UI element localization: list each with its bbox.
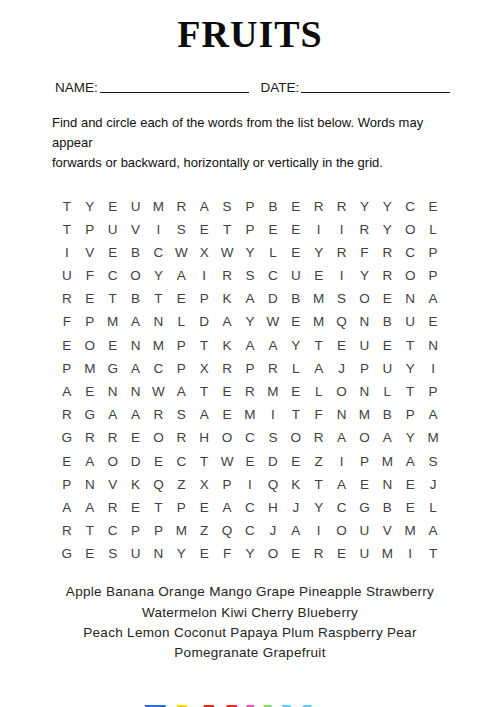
grid-cell[interactable]: E bbox=[78, 542, 101, 565]
grid-cell[interactable]: Y bbox=[353, 264, 376, 287]
grid-cell[interactable]: B bbox=[376, 403, 399, 426]
grid-cell[interactable]: T bbox=[147, 496, 170, 519]
grid-cell[interactable]: C bbox=[239, 496, 262, 519]
grid-cell[interactable]: E bbox=[101, 241, 124, 264]
grid-cell[interactable]: Q bbox=[330, 310, 353, 333]
grid-cell[interactable]: C bbox=[330, 496, 353, 519]
grid-cell[interactable]: R bbox=[216, 357, 239, 380]
grid-cell[interactable]: E bbox=[284, 194, 307, 217]
grid-cell[interactable]: T bbox=[193, 449, 216, 472]
grid-cell[interactable]: T bbox=[101, 287, 124, 310]
grid-cell[interactable]: T bbox=[55, 218, 78, 241]
grid-cell[interactable]: M bbox=[376, 542, 399, 565]
grid-cell[interactable]: O bbox=[399, 264, 422, 287]
grid-cell[interactable]: U bbox=[353, 334, 376, 357]
grid-cell[interactable]: S bbox=[101, 542, 124, 565]
grid-cell[interactable]: R bbox=[330, 194, 353, 217]
grid-cell[interactable]: E bbox=[399, 473, 422, 496]
grid-cell[interactable]: B bbox=[376, 496, 399, 519]
grid-cell[interactable]: T bbox=[307, 473, 330, 496]
grid-cell[interactable]: A bbox=[78, 496, 101, 519]
grid-cell[interactable]: R bbox=[376, 264, 399, 287]
grid-cell[interactable]: R bbox=[147, 403, 170, 426]
grid-cell[interactable]: E bbox=[216, 403, 239, 426]
grid-cell[interactable]: O bbox=[124, 264, 147, 287]
grid-cell[interactable]: N bbox=[124, 380, 147, 403]
grid-cell[interactable]: J bbox=[422, 473, 445, 496]
grid-cell[interactable]: Y bbox=[307, 496, 330, 519]
grid-cell[interactable]: R bbox=[307, 426, 330, 449]
grid-cell[interactable]: D bbox=[261, 287, 284, 310]
grid-cell[interactable]: X bbox=[193, 473, 216, 496]
grid-cell[interactable]: O bbox=[147, 426, 170, 449]
logo-family: FAMILY bbox=[141, 697, 314, 707]
grid-cell[interactable]: O bbox=[261, 542, 284, 565]
grid-cell[interactable]: R bbox=[307, 542, 330, 565]
grid-cell[interactable]: R bbox=[216, 264, 239, 287]
grid-cell[interactable]: P bbox=[193, 287, 216, 310]
word-list-line-2: Watermelon Kiwi Cherry Blueberry bbox=[0, 603, 500, 623]
grid-cell[interactable]: Y bbox=[399, 426, 422, 449]
grid-cell[interactable]: A bbox=[284, 519, 307, 542]
grid-cell[interactable]: I bbox=[239, 473, 262, 496]
grid-cell[interactable]: I bbox=[55, 241, 78, 264]
word-list-line-1: Apple Banana Orange Mango Grape Pineappl… bbox=[0, 582, 500, 602]
grid-cell[interactable]: I bbox=[307, 218, 330, 241]
worksheet-page: FRUITS NAME: DATE: Find and circle each … bbox=[0, 0, 500, 707]
grid-cell[interactable]: C bbox=[399, 194, 422, 217]
grid-cell[interactable]: F bbox=[55, 310, 78, 333]
grid-cell[interactable]: T bbox=[284, 403, 307, 426]
grid-cell[interactable]: G bbox=[101, 357, 124, 380]
grid-cell[interactable]: I bbox=[193, 264, 216, 287]
grid-cell[interactable]: L bbox=[307, 380, 330, 403]
grid-cell[interactable]: E bbox=[239, 449, 262, 472]
grid-cell[interactable]: A bbox=[124, 357, 147, 380]
grid-cell[interactable]: O bbox=[101, 449, 124, 472]
grid-cell[interactable]: M bbox=[170, 519, 193, 542]
grid-cell[interactable]: E bbox=[376, 334, 399, 357]
grid-cell[interactable]: Q bbox=[147, 473, 170, 496]
grid-cell[interactable]: B bbox=[261, 194, 284, 217]
grid-cell[interactable]: E bbox=[124, 496, 147, 519]
grid-cell[interactable]: A bbox=[216, 310, 239, 333]
grid-cell[interactable]: R bbox=[239, 380, 262, 403]
grid-cell[interactable]: R bbox=[55, 519, 78, 542]
grid-cell[interactable]: P bbox=[78, 310, 101, 333]
grid-cell[interactable]: T bbox=[307, 334, 330, 357]
grid-cell[interactable]: Y bbox=[239, 542, 262, 565]
grid-cell[interactable]: E bbox=[353, 473, 376, 496]
grid-cell[interactable]: A bbox=[239, 287, 262, 310]
grid-cell[interactable]: U bbox=[353, 519, 376, 542]
grid-cell[interactable]: S bbox=[422, 449, 445, 472]
grid-cell[interactable]: C bbox=[147, 241, 170, 264]
grid-cell[interactable]: M bbox=[261, 380, 284, 403]
grid-cell[interactable]: F bbox=[216, 542, 239, 565]
grid-cell[interactable]: I bbox=[307, 519, 330, 542]
grid-cell[interactable]: E bbox=[422, 310, 445, 333]
grid-cell[interactable]: I bbox=[422, 357, 445, 380]
grid-cell[interactable]: M bbox=[147, 334, 170, 357]
grid-cell[interactable]: B bbox=[124, 241, 147, 264]
grid-cell[interactable]: K bbox=[284, 473, 307, 496]
grid-cell[interactable]: N bbox=[353, 380, 376, 403]
grid-cell[interactable]: Y bbox=[353, 194, 376, 217]
grid-cell[interactable]: P bbox=[239, 194, 262, 217]
grid-cell[interactable]: Y bbox=[239, 310, 262, 333]
grid-cell[interactable]: V bbox=[78, 241, 101, 264]
grid-cell[interactable]: F bbox=[353, 241, 376, 264]
grid-cell[interactable]: E bbox=[284, 241, 307, 264]
grid-cell[interactable]: P bbox=[147, 519, 170, 542]
grid-cell[interactable]: E bbox=[193, 496, 216, 519]
grid-cell[interactable]: E bbox=[193, 218, 216, 241]
page-title: FRUITS bbox=[0, 0, 500, 56]
grid-cell[interactable]: D bbox=[261, 449, 284, 472]
grid-cell[interactable]: S bbox=[330, 287, 353, 310]
instructions: Find and circle each of the words from t… bbox=[52, 113, 448, 173]
grid-cell[interactable]: N bbox=[422, 334, 445, 357]
grid-cell[interactable]: U bbox=[376, 357, 399, 380]
grid-cell[interactable]: F bbox=[307, 403, 330, 426]
grid-cell[interactable]: I bbox=[330, 218, 353, 241]
grid-cell[interactable]: J bbox=[261, 519, 284, 542]
grid-cell[interactable]: K bbox=[216, 334, 239, 357]
grid-cell[interactable]: E bbox=[55, 334, 78, 357]
grid-cell[interactable]: E bbox=[307, 264, 330, 287]
grid-cell[interactable]: N bbox=[124, 334, 147, 357]
grid-cell[interactable]: H bbox=[261, 496, 284, 519]
grid-cell[interactable]: R bbox=[261, 357, 284, 380]
grid-cell[interactable]: U bbox=[284, 264, 307, 287]
word-list: Apple Banana Orange Mango Grape Pineappl… bbox=[0, 582, 500, 663]
grid-cell[interactable]: A bbox=[376, 426, 399, 449]
grid-cell[interactable]: M bbox=[239, 403, 262, 426]
grid-cell[interactable]: U bbox=[55, 264, 78, 287]
grid-cell[interactable]: A bbox=[330, 426, 353, 449]
grid-cell[interactable]: E bbox=[78, 380, 101, 403]
grid-cell[interactable]: E bbox=[147, 449, 170, 472]
grid-cell[interactable]: H bbox=[193, 426, 216, 449]
grid-cell[interactable]: E bbox=[55, 449, 78, 472]
grid-cell[interactable]: A bbox=[193, 403, 216, 426]
grid-cell[interactable]: O bbox=[284, 426, 307, 449]
grid-cell[interactable]: E bbox=[101, 194, 124, 217]
instructions-line-2: forwards or backward, horizontally or ve… bbox=[52, 153, 448, 173]
grid-cell[interactable]: E bbox=[284, 449, 307, 472]
grid-cell[interactable]: M bbox=[101, 310, 124, 333]
grid-cell[interactable]: A bbox=[330, 473, 353, 496]
grid-cell[interactable]: P bbox=[239, 218, 262, 241]
grid-cell[interactable]: Y bbox=[376, 218, 399, 241]
grid-cell[interactable]: C bbox=[399, 241, 422, 264]
grid-cell[interactable]: L bbox=[422, 496, 445, 519]
grid-cell[interactable]: R bbox=[55, 403, 78, 426]
grid-cell[interactable]: P bbox=[78, 218, 101, 241]
grid-cell[interactable]: T bbox=[422, 542, 445, 565]
grid-cell[interactable]: I bbox=[330, 449, 353, 472]
grid-cell[interactable]: A bbox=[307, 357, 330, 380]
grid-cell[interactable]: G bbox=[55, 426, 78, 449]
grid-cell[interactable]: S bbox=[170, 403, 193, 426]
grid-cell[interactable]: Y bbox=[284, 334, 307, 357]
logo-family-letter: I bbox=[243, 697, 260, 707]
grid-cell[interactable]: J bbox=[284, 496, 307, 519]
grid-cell[interactable]: N bbox=[101, 380, 124, 403]
grid-cell[interactable]: E bbox=[284, 218, 307, 241]
grid-cell[interactable]: R bbox=[101, 496, 124, 519]
instructions-line-1: Find and circle each of the words from t… bbox=[52, 113, 448, 153]
grid-cell[interactable]: O bbox=[399, 218, 422, 241]
logo-family-letter: M bbox=[200, 697, 243, 707]
grid-cell[interactable]: N bbox=[399, 287, 422, 310]
grid-cell[interactable]: P bbox=[216, 473, 239, 496]
justfamilyfun-logo: JUST FAMILY FUN .com bbox=[0, 697, 500, 707]
grid-cell[interactable]: Y bbox=[399, 357, 422, 380]
grid-cell[interactable]: R bbox=[170, 426, 193, 449]
grid-cell[interactable]: R bbox=[101, 426, 124, 449]
grid-cell[interactable]: A bbox=[422, 519, 445, 542]
grid-cell[interactable]: P bbox=[124, 519, 147, 542]
grid-cell[interactable]: S bbox=[216, 194, 239, 217]
grid-cell[interactable]: N bbox=[376, 473, 399, 496]
grid-cell[interactable]: E bbox=[261, 218, 284, 241]
grid-cell[interactable]: U bbox=[124, 542, 147, 565]
grid-cell[interactable]: T bbox=[147, 287, 170, 310]
grid-cell[interactable]: A bbox=[170, 264, 193, 287]
grid-cell[interactable]: U bbox=[124, 194, 147, 217]
grid-cell[interactable]: S bbox=[170, 218, 193, 241]
name-input-line[interactable] bbox=[100, 81, 249, 93]
grid-cell[interactable]: M bbox=[78, 357, 101, 380]
grid-cell[interactable]: Y bbox=[239, 241, 262, 264]
logo-family-letter: Y bbox=[282, 697, 314, 707]
grid-cell[interactable]: E bbox=[170, 287, 193, 310]
grid-cell[interactable]: A bbox=[239, 334, 262, 357]
grid-cell[interactable]: A bbox=[124, 310, 147, 333]
grid-cell[interactable]: E bbox=[101, 334, 124, 357]
grid-cell[interactable]: N bbox=[147, 542, 170, 565]
grid-cell[interactable]: K bbox=[124, 473, 147, 496]
grid-cell[interactable]: O bbox=[330, 380, 353, 403]
grid-cell[interactable]: E bbox=[284, 310, 307, 333]
grid-cell[interactable]: K bbox=[216, 287, 239, 310]
grid-cell[interactable]: J bbox=[330, 357, 353, 380]
grid-cell[interactable]: D bbox=[124, 449, 147, 472]
grid-cell[interactable]: W bbox=[216, 449, 239, 472]
grid-cell[interactable]: A bbox=[78, 449, 101, 472]
grid-cell[interactable]: L bbox=[376, 380, 399, 403]
grid-cell[interactable]: R bbox=[78, 426, 101, 449]
grid-cell[interactable]: L bbox=[284, 357, 307, 380]
grid-cell[interactable]: A bbox=[124, 403, 147, 426]
grid-cell[interactable]: T bbox=[216, 218, 239, 241]
grid-cell[interactable]: P bbox=[170, 496, 193, 519]
grid-cell[interactable]: U bbox=[399, 310, 422, 333]
word-list-line-4: Pomegranate Grapefruit bbox=[0, 643, 500, 663]
grid-cell[interactable]: E bbox=[399, 496, 422, 519]
grid-cell[interactable]: P bbox=[239, 357, 262, 380]
grid-cell[interactable]: X bbox=[193, 357, 216, 380]
grid-cell[interactable]: Y bbox=[376, 194, 399, 217]
grid-cell[interactable]: O bbox=[353, 287, 376, 310]
grid-cell[interactable]: S bbox=[261, 426, 284, 449]
grid-cell[interactable]: C bbox=[101, 519, 124, 542]
grid-cell[interactable]: B bbox=[376, 310, 399, 333]
grid-cell[interactable]: A bbox=[55, 380, 78, 403]
grid-cell[interactable]: I bbox=[330, 264, 353, 287]
grid-cell[interactable]: M bbox=[147, 194, 170, 217]
grid-cell[interactable]: V bbox=[124, 218, 147, 241]
grid-cell[interactable]: A bbox=[399, 449, 422, 472]
grid-cell[interactable]: G bbox=[353, 496, 376, 519]
grid-cell[interactable]: L bbox=[170, 310, 193, 333]
grid-cell[interactable]: P bbox=[399, 403, 422, 426]
grid-cell[interactable]: Z bbox=[307, 449, 330, 472]
grid-cell[interactable]: A bbox=[170, 380, 193, 403]
grid-cell[interactable]: A bbox=[101, 403, 124, 426]
grid-cell[interactable]: L bbox=[422, 218, 445, 241]
grid-cell[interactable]: A bbox=[55, 496, 78, 519]
grid-cell[interactable]: N bbox=[147, 310, 170, 333]
grid-cell[interactable]: P bbox=[55, 473, 78, 496]
grid-cell[interactable]: M bbox=[399, 519, 422, 542]
grid-cell[interactable]: Y bbox=[147, 264, 170, 287]
grid-cell[interactable]: E bbox=[330, 334, 353, 357]
grid-cell[interactable]: A bbox=[422, 287, 445, 310]
grid-cell[interactable]: W bbox=[170, 241, 193, 264]
grid-cell[interactable]: C bbox=[170, 449, 193, 472]
grid-cell[interactable]: E bbox=[78, 287, 101, 310]
grid-cell[interactable]: C bbox=[261, 264, 284, 287]
grid-cell[interactable]: B bbox=[284, 287, 307, 310]
grid-cell[interactable]: N bbox=[78, 473, 101, 496]
grid-cell[interactable]: T bbox=[193, 334, 216, 357]
grid-cell[interactable]: P bbox=[55, 357, 78, 380]
grid-cell[interactable]: C bbox=[239, 426, 262, 449]
grid-cell[interactable]: F bbox=[78, 264, 101, 287]
grid-cell[interactable]: W bbox=[147, 380, 170, 403]
grid-cell[interactable]: C bbox=[239, 519, 262, 542]
grid-cell[interactable]: A bbox=[193, 194, 216, 217]
grid-cell[interactable]: A bbox=[422, 403, 445, 426]
grid-cell[interactable]: P bbox=[422, 241, 445, 264]
grid-cell[interactable]: R bbox=[307, 194, 330, 217]
grid-cell[interactable]: E bbox=[376, 287, 399, 310]
grid-cell[interactable]: A bbox=[261, 334, 284, 357]
date-label: DATE: bbox=[261, 80, 300, 96]
grid-cell[interactable]: P bbox=[170, 334, 193, 357]
logo-family-letter: L bbox=[260, 697, 282, 707]
logo-family-letter: A bbox=[166, 697, 200, 707]
word-search-grid: TYEUMRASPBERRYYCETPUVISETPEEIIRYOLIVEBCW… bbox=[0, 194, 500, 565]
grid-cell[interactable]: C bbox=[101, 264, 124, 287]
grid-cell[interactable]: V bbox=[101, 473, 124, 496]
grid-cell[interactable]: U bbox=[101, 218, 124, 241]
grid-cell[interactable]: X bbox=[193, 241, 216, 264]
grid-cell[interactable]: E bbox=[124, 426, 147, 449]
grid-cell[interactable]: T bbox=[399, 380, 422, 403]
word-list-line-3: Peach Lemon Coconut Papaya Plum Raspberr… bbox=[0, 623, 500, 643]
grid-cell[interactable]: R bbox=[170, 194, 193, 217]
grid-cell[interactable]: Q bbox=[261, 473, 284, 496]
grid-cell[interactable]: E bbox=[284, 542, 307, 565]
grid-cell[interactable]: S bbox=[239, 264, 262, 287]
grid-cell[interactable]: I bbox=[399, 542, 422, 565]
grid-cell[interactable]: G bbox=[55, 542, 78, 565]
grid-cell[interactable]: T bbox=[55, 194, 78, 217]
date-input-line[interactable] bbox=[301, 81, 450, 93]
grid-cell[interactable]: Y bbox=[78, 194, 101, 217]
grid-cell[interactable]: T bbox=[78, 519, 101, 542]
grid-cell[interactable]: I bbox=[147, 218, 170, 241]
grid-cell[interactable]: G bbox=[78, 403, 101, 426]
grid-cell[interactable]: P bbox=[422, 380, 445, 403]
grid-cell[interactable]: N bbox=[353, 310, 376, 333]
grid-cell[interactable]: D bbox=[193, 310, 216, 333]
grid-cell[interactable]: M bbox=[353, 403, 376, 426]
grid-cell[interactable]: Z bbox=[193, 519, 216, 542]
grid-cell[interactable]: V bbox=[376, 519, 399, 542]
grid-cell[interactable]: P bbox=[353, 449, 376, 472]
grid-cell[interactable]: E bbox=[193, 542, 216, 565]
grid-cell[interactable]: I bbox=[261, 403, 284, 426]
grid-cell[interactable]: R bbox=[330, 241, 353, 264]
grid-cell[interactable]: E bbox=[216, 380, 239, 403]
grid-cell[interactable]: P bbox=[353, 357, 376, 380]
name-label: NAME: bbox=[55, 80, 98, 96]
grid-cell[interactable]: B bbox=[124, 287, 147, 310]
grid-cell[interactable]: O bbox=[78, 334, 101, 357]
grid-cell[interactable]: O bbox=[353, 426, 376, 449]
grid-cell[interactable]: M bbox=[307, 287, 330, 310]
grid-cell[interactable]: L bbox=[261, 241, 284, 264]
grid-cell[interactable]: Q bbox=[216, 519, 239, 542]
grid-cell[interactable]: A bbox=[216, 496, 239, 519]
grid-cell[interactable]: E bbox=[330, 542, 353, 565]
grid-cell[interactable]: P bbox=[422, 264, 445, 287]
grid-cell[interactable]: C bbox=[147, 357, 170, 380]
grid-cell[interactable]: O bbox=[216, 426, 239, 449]
name-date-row: NAME: DATE: bbox=[55, 80, 452, 96]
grid-cell[interactable]: R bbox=[55, 287, 78, 310]
grid-cell[interactable]: E bbox=[284, 380, 307, 403]
grid-cell[interactable]: E bbox=[422, 194, 445, 217]
grid-cell[interactable]: U bbox=[353, 542, 376, 565]
grid-cell[interactable]: M bbox=[376, 449, 399, 472]
grid-cell[interactable]: M bbox=[307, 310, 330, 333]
grid-cell[interactable]: M bbox=[422, 426, 445, 449]
grid-cell[interactable]: P bbox=[170, 357, 193, 380]
grid-cell[interactable]: W bbox=[216, 241, 239, 264]
grid-cell[interactable]: T bbox=[193, 380, 216, 403]
grid-cell[interactable]: O bbox=[330, 519, 353, 542]
logo-family-letter: F bbox=[141, 697, 166, 707]
grid-cell[interactable]: Y bbox=[307, 241, 330, 264]
grid-cell[interactable]: W bbox=[261, 310, 284, 333]
grid-cell[interactable]: R bbox=[353, 218, 376, 241]
grid-cell[interactable]: T bbox=[399, 334, 422, 357]
grid-cell[interactable]: R bbox=[376, 241, 399, 264]
grid-cell[interactable]: Y bbox=[170, 542, 193, 565]
grid-cell[interactable]: N bbox=[330, 403, 353, 426]
grid-cell[interactable]: Z bbox=[170, 473, 193, 496]
